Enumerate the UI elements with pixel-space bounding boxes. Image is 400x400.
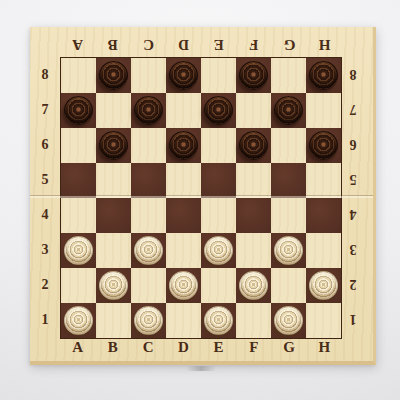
file-label: D (166, 36, 201, 53)
light-piece-c3[interactable] (134, 236, 163, 265)
dark-piece-h6[interactable] (309, 131, 338, 160)
square-b6[interactable] (96, 128, 131, 163)
dark-piece-a7[interactable] (64, 96, 93, 125)
square-a3[interactable] (61, 233, 96, 268)
rank-label: 6 (342, 127, 364, 162)
dark-piece-b6[interactable] (99, 131, 128, 160)
file-labels-top: ABCDEFGH (60, 36, 342, 53)
rank-label: 3 (30, 232, 60, 267)
rank-label: 8 (30, 57, 60, 92)
square-e3[interactable] (201, 233, 236, 268)
square-g6[interactable] (271, 128, 306, 163)
rank-label: 2 (342, 267, 364, 302)
light-piece-c1[interactable] (134, 306, 163, 335)
square-h7[interactable] (306, 93, 341, 128)
rank-label: 8 (342, 57, 364, 92)
rank-label: 4 (342, 197, 364, 232)
square-f5[interactable] (236, 163, 271, 198)
dark-piece-f6[interactable] (239, 131, 268, 160)
square-h4[interactable] (306, 198, 341, 233)
square-c6[interactable] (131, 128, 166, 163)
square-f2[interactable] (236, 268, 271, 303)
light-piece-f2[interactable] (239, 271, 268, 300)
square-e8[interactable] (201, 58, 236, 93)
square-c8[interactable] (131, 58, 166, 93)
square-g5[interactable] (271, 163, 306, 198)
square-h5[interactable] (306, 163, 341, 198)
file-label: H (307, 36, 342, 53)
light-piece-g1[interactable] (274, 306, 303, 335)
rank-labels-left: 87654321 (30, 57, 60, 337)
square-a4[interactable] (61, 198, 96, 233)
dark-piece-e7[interactable] (204, 96, 233, 125)
square-a5[interactable] (61, 163, 96, 198)
square-b5[interactable] (96, 163, 131, 198)
square-b7[interactable] (96, 93, 131, 128)
square-a2[interactable] (61, 268, 96, 303)
square-a7[interactable] (61, 93, 96, 128)
square-d5[interactable] (166, 163, 201, 198)
square-b8[interactable] (96, 58, 131, 93)
light-piece-g3[interactable] (274, 236, 303, 265)
square-g3[interactable] (271, 233, 306, 268)
light-piece-b2[interactable] (99, 271, 128, 300)
square-e6[interactable] (201, 128, 236, 163)
square-a6[interactable] (61, 128, 96, 163)
square-b3[interactable] (96, 233, 131, 268)
light-piece-e3[interactable] (204, 236, 233, 265)
file-label: D (166, 339, 201, 356)
square-e1[interactable] (201, 303, 236, 338)
file-labels-bottom: ABCDEFGH (60, 339, 342, 356)
rank-label: 5 (342, 162, 364, 197)
square-h6[interactable] (306, 128, 341, 163)
rank-label: 1 (30, 302, 60, 337)
square-h2[interactable] (306, 268, 341, 303)
light-piece-a3[interactable] (64, 236, 93, 265)
dark-piece-h8[interactable] (309, 61, 338, 90)
dark-piece-f8[interactable] (239, 61, 268, 90)
square-b2[interactable] (96, 268, 131, 303)
board-grid (60, 57, 342, 339)
dark-piece-d8[interactable] (169, 61, 198, 90)
square-c2[interactable] (131, 268, 166, 303)
file-label: A (60, 339, 95, 356)
file-label: G (272, 36, 307, 53)
checkers-board: ABCDEFGH ABCDEFGH 87654321 87654321 (30, 27, 376, 365)
square-f8[interactable] (236, 58, 271, 93)
square-d1[interactable] (166, 303, 201, 338)
dark-piece-b8[interactable] (99, 61, 128, 90)
dark-piece-g7[interactable] (274, 96, 303, 125)
square-f4[interactable] (236, 198, 271, 233)
square-b4[interactable] (96, 198, 131, 233)
rank-label: 2 (30, 267, 60, 302)
square-c4[interactable] (131, 198, 166, 233)
square-g4[interactable] (271, 198, 306, 233)
light-piece-a1[interactable] (64, 306, 93, 335)
square-d8[interactable] (166, 58, 201, 93)
rank-label: 7 (30, 92, 60, 127)
rank-label: 3 (342, 232, 364, 267)
file-label: H (307, 339, 342, 356)
square-g7[interactable] (271, 93, 306, 128)
square-d6[interactable] (166, 128, 201, 163)
square-e7[interactable] (201, 93, 236, 128)
file-label: E (201, 36, 236, 53)
board-edge-hinge-mark (186, 366, 216, 371)
rank-label: 6 (30, 127, 60, 162)
square-e5[interactable] (201, 163, 236, 198)
file-label: G (272, 339, 307, 356)
square-d7[interactable] (166, 93, 201, 128)
square-c5[interactable] (131, 163, 166, 198)
light-piece-e1[interactable] (204, 306, 233, 335)
square-c1[interactable] (131, 303, 166, 338)
rank-label: 5 (30, 162, 60, 197)
rank-labels-right: 87654321 (342, 57, 364, 337)
file-label: C (131, 36, 166, 53)
square-g8[interactable] (271, 58, 306, 93)
square-c3[interactable] (131, 233, 166, 268)
square-f6[interactable] (236, 128, 271, 163)
dark-piece-d6[interactable] (169, 131, 198, 160)
square-h1[interactable] (306, 303, 341, 338)
light-piece-d2[interactable] (169, 271, 198, 300)
square-f7[interactable] (236, 93, 271, 128)
square-d2[interactable] (166, 268, 201, 303)
file-label: B (95, 36, 130, 53)
square-e4[interactable] (201, 198, 236, 233)
square-d4[interactable] (166, 198, 201, 233)
file-label: C (131, 339, 166, 356)
square-a8[interactable] (61, 58, 96, 93)
square-f1[interactable] (236, 303, 271, 338)
light-piece-h2[interactable] (309, 271, 338, 300)
square-c7[interactable] (131, 93, 166, 128)
square-f3[interactable] (236, 233, 271, 268)
rank-label: 1 (342, 302, 364, 337)
file-label: A (60, 36, 95, 53)
square-e2[interactable] (201, 268, 236, 303)
square-a1[interactable] (61, 303, 96, 338)
file-label: B (95, 339, 130, 356)
square-h3[interactable] (306, 233, 341, 268)
square-g2[interactable] (271, 268, 306, 303)
file-label: E (201, 339, 236, 356)
square-h8[interactable] (306, 58, 341, 93)
square-d3[interactable] (166, 233, 201, 268)
dark-piece-c7[interactable] (134, 96, 163, 125)
rank-label: 7 (342, 92, 364, 127)
square-b1[interactable] (96, 303, 131, 338)
file-label: F (236, 36, 271, 53)
square-g1[interactable] (271, 303, 306, 338)
file-label: F (236, 339, 271, 356)
rank-label: 4 (30, 197, 60, 232)
